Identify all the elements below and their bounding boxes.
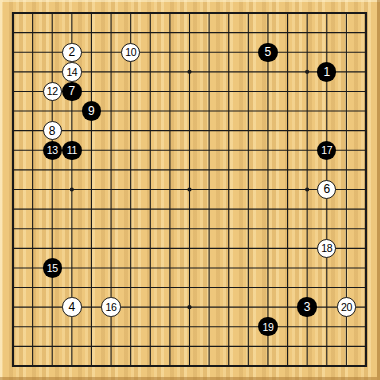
stone-white-14-D16[interactable]: 14 xyxy=(62,62,81,81)
stone-black-1-R16[interactable]: 1 xyxy=(317,62,336,81)
move-number-label: 4 xyxy=(68,301,75,313)
move-number-label: 5 xyxy=(265,46,272,58)
star-point xyxy=(187,305,191,309)
move-number-label: 20 xyxy=(341,302,352,313)
stone-black-3-Q4[interactable]: 3 xyxy=(297,297,316,316)
move-number-label: 8 xyxy=(49,125,56,137)
stone-white-16-F4[interactable]: 16 xyxy=(101,297,120,316)
move-number-label: 16 xyxy=(106,302,117,313)
go-board[interactable]: 1234567891011121314151617181920 xyxy=(0,0,380,380)
move-number-label: 6 xyxy=(323,184,330,196)
stone-white-4-D4[interactable]: 4 xyxy=(62,297,81,316)
move-number-label: 11 xyxy=(67,145,77,156)
move-number-label: 19 xyxy=(262,322,273,333)
star-point xyxy=(305,187,309,191)
star-point xyxy=(187,187,191,191)
star-point xyxy=(70,187,74,191)
move-number-label: 18 xyxy=(321,243,332,254)
stone-white-20-S4[interactable]: 20 xyxy=(337,297,356,316)
stone-white-2-D17[interactable]: 2 xyxy=(62,43,81,62)
stone-black-5-O17[interactable]: 5 xyxy=(258,43,277,62)
stone-white-10-G17[interactable]: 10 xyxy=(121,43,140,62)
stone-black-19-O3[interactable]: 19 xyxy=(258,317,277,336)
stone-black-13-C12[interactable]: 13 xyxy=(43,141,62,160)
move-number-label: 1 xyxy=(323,66,330,78)
move-number-label: 2 xyxy=(68,46,75,58)
move-number-label: 9 xyxy=(88,105,95,117)
move-number-label: 7 xyxy=(68,86,75,98)
move-number-label: 15 xyxy=(47,263,58,274)
stone-black-11-D12[interactable]: 11 xyxy=(62,141,81,160)
stone-black-15-C6[interactable]: 15 xyxy=(43,258,62,277)
star-point xyxy=(305,70,309,74)
move-number-label: 17 xyxy=(321,145,332,156)
move-number-label: 3 xyxy=(304,301,311,313)
stone-white-8-C13[interactable]: 8 xyxy=(43,121,62,140)
move-number-label: 12 xyxy=(47,86,58,97)
stone-black-7-D15[interactable]: 7 xyxy=(62,82,81,101)
move-number-label: 10 xyxy=(125,47,136,58)
star-point xyxy=(187,70,191,74)
move-number-label: 14 xyxy=(66,67,77,78)
stone-white-12-C15[interactable]: 12 xyxy=(43,82,62,101)
move-number-label: 13 xyxy=(47,145,58,156)
stone-black-9-E14[interactable]: 9 xyxy=(82,101,101,120)
